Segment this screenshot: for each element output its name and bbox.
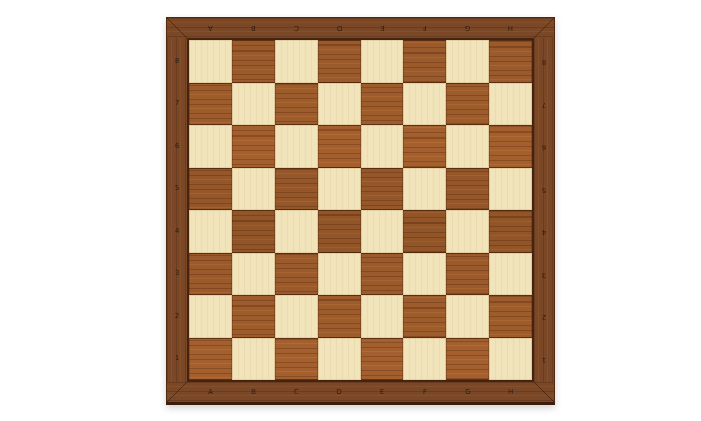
coord-label-right-7: 7 [534, 83, 554, 126]
square-d4[interactable] [318, 210, 361, 253]
coord-label-top-c: C [275, 18, 318, 38]
coord-label-top-f: F [403, 18, 446, 38]
square-f7[interactable] [403, 83, 446, 126]
square-d8[interactable] [318, 40, 361, 83]
square-a4[interactable] [189, 210, 232, 253]
square-c8[interactable] [275, 40, 318, 83]
square-g6[interactable] [446, 125, 489, 168]
coord-label-right-4: 4 [534, 210, 554, 253]
square-a5[interactable] [189, 168, 232, 211]
coord-label-left-8: 8 [167, 40, 187, 83]
square-e1[interactable] [361, 338, 404, 381]
square-b8[interactable] [232, 40, 275, 83]
coord-label-right-1: 1 [534, 338, 554, 381]
square-h2[interactable] [489, 295, 532, 338]
square-f5[interactable] [403, 168, 446, 211]
rank-labels-right: 87654321 [534, 40, 554, 380]
square-b3[interactable] [232, 253, 275, 296]
square-h4[interactable] [489, 210, 532, 253]
coord-label-top-a: A [189, 18, 232, 38]
square-d5[interactable] [318, 168, 361, 211]
photo-background: ABCDEFGH ABCDEFGH 87654321 87654321 [0, 0, 701, 421]
coord-label-top-h: H [489, 18, 532, 38]
coord-label-right-5: 5 [534, 168, 554, 211]
square-g4[interactable] [446, 210, 489, 253]
coord-label-left-3: 3 [167, 253, 187, 296]
chessboard: ABCDEFGH ABCDEFGH 87654321 87654321 [166, 17, 555, 405]
coord-label-right-2: 2 [534, 295, 554, 338]
square-c2[interactable] [275, 295, 318, 338]
square-e2[interactable] [361, 295, 404, 338]
coord-label-top-g: G [446, 18, 489, 38]
square-g3[interactable] [446, 253, 489, 296]
square-b7[interactable] [232, 83, 275, 126]
square-e8[interactable] [361, 40, 404, 83]
square-c5[interactable] [275, 168, 318, 211]
square-f2[interactable] [403, 295, 446, 338]
coord-label-bottom-g: G [446, 382, 489, 402]
coord-label-bottom-f: F [403, 382, 446, 402]
square-f1[interactable] [403, 338, 446, 381]
board-grid [189, 40, 532, 380]
coord-label-bottom-h: H [489, 382, 532, 402]
coord-label-left-2: 2 [167, 295, 187, 338]
coord-label-bottom-a: A [189, 382, 232, 402]
square-g7[interactable] [446, 83, 489, 126]
coord-label-top-e: E [361, 18, 404, 38]
square-g2[interactable] [446, 295, 489, 338]
square-a7[interactable] [189, 83, 232, 126]
coord-label-left-1: 1 [167, 338, 187, 381]
square-h7[interactable] [489, 83, 532, 126]
square-a2[interactable] [189, 295, 232, 338]
file-labels-bottom: ABCDEFGH [189, 382, 532, 402]
square-d2[interactable] [318, 295, 361, 338]
coord-label-bottom-b: B [232, 382, 275, 402]
square-h5[interactable] [489, 168, 532, 211]
square-d3[interactable] [318, 253, 361, 296]
square-d6[interactable] [318, 125, 361, 168]
coord-label-bottom-d: D [318, 382, 361, 402]
square-e3[interactable] [361, 253, 404, 296]
square-b2[interactable] [232, 295, 275, 338]
square-c3[interactable] [275, 253, 318, 296]
square-b4[interactable] [232, 210, 275, 253]
coord-label-top-b: B [232, 18, 275, 38]
square-a8[interactable] [189, 40, 232, 83]
square-f6[interactable] [403, 125, 446, 168]
square-c6[interactable] [275, 125, 318, 168]
coord-label-right-8: 8 [534, 40, 554, 83]
square-h8[interactable] [489, 40, 532, 83]
square-f3[interactable] [403, 253, 446, 296]
square-h3[interactable] [489, 253, 532, 296]
file-labels-top: ABCDEFGH [189, 18, 532, 38]
square-d1[interactable] [318, 338, 361, 381]
square-a3[interactable] [189, 253, 232, 296]
square-e5[interactable] [361, 168, 404, 211]
coord-label-top-d: D [318, 18, 361, 38]
square-b5[interactable] [232, 168, 275, 211]
square-g1[interactable] [446, 338, 489, 381]
coord-label-left-5: 5 [167, 168, 187, 211]
square-f8[interactable] [403, 40, 446, 83]
coord-label-bottom-c: C [275, 382, 318, 402]
square-g8[interactable] [446, 40, 489, 83]
square-b1[interactable] [232, 338, 275, 381]
square-f4[interactable] [403, 210, 446, 253]
square-e4[interactable] [361, 210, 404, 253]
square-g5[interactable] [446, 168, 489, 211]
square-e6[interactable] [361, 125, 404, 168]
square-c7[interactable] [275, 83, 318, 126]
square-b6[interactable] [232, 125, 275, 168]
square-d7[interactable] [318, 83, 361, 126]
coord-label-left-6: 6 [167, 125, 187, 168]
coord-label-left-4: 4 [167, 210, 187, 253]
rank-labels-left: 87654321 [167, 40, 187, 380]
coord-label-left-7: 7 [167, 83, 187, 126]
square-a6[interactable] [189, 125, 232, 168]
coord-label-right-3: 3 [534, 253, 554, 296]
square-a1[interactable] [189, 338, 232, 381]
square-h6[interactable] [489, 125, 532, 168]
coord-label-bottom-e: E [361, 382, 404, 402]
square-c1[interactable] [275, 338, 318, 381]
board-inner-border [187, 38, 534, 382]
square-e7[interactable] [361, 83, 404, 126]
coord-label-right-6: 6 [534, 125, 554, 168]
square-h1[interactable] [489, 338, 532, 381]
square-c4[interactable] [275, 210, 318, 253]
